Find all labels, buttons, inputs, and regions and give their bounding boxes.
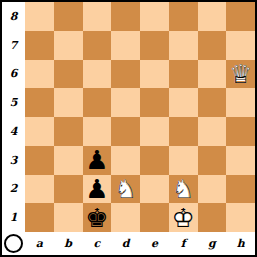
square-g8[interactable] [198, 2, 227, 31]
square-a4[interactable] [25, 117, 54, 146]
square-d8[interactable] [111, 2, 140, 31]
file-label-g: g [198, 232, 227, 255]
square-g2[interactable] [198, 175, 227, 204]
rank-label-3: 3 [2, 146, 25, 175]
square-e2[interactable] [140, 175, 169, 204]
square-g4[interactable] [198, 117, 227, 146]
rank-label-7: 7 [2, 31, 25, 60]
square-b5[interactable] [54, 88, 83, 117]
square-e5[interactable] [140, 88, 169, 117]
square-e3[interactable] [140, 146, 169, 175]
square-a7[interactable] [25, 31, 54, 60]
square-a5[interactable] [25, 88, 54, 117]
square-d6[interactable] [111, 60, 140, 89]
square-f6[interactable] [169, 60, 198, 89]
square-e4[interactable] [140, 117, 169, 146]
white-to-move-indicator [4, 234, 23, 253]
file-labels: abcdefgh [25, 232, 255, 255]
square-g1[interactable] [198, 203, 227, 232]
rank-label-8: 8 [2, 2, 25, 31]
black-pawn-c3[interactable]: ♟ [83, 146, 112, 175]
square-h3[interactable] [226, 146, 255, 175]
file-label-b: b [54, 232, 83, 255]
square-e6[interactable] [140, 60, 169, 89]
square-h5[interactable] [226, 88, 255, 117]
square-a2[interactable] [25, 175, 54, 204]
square-b4[interactable] [54, 117, 83, 146]
square-d7[interactable] [111, 31, 140, 60]
square-a1[interactable] [25, 203, 54, 232]
white-queen-h6[interactable]: ♛♕ [226, 60, 255, 89]
square-f8[interactable] [169, 2, 198, 31]
square-c5[interactable] [83, 88, 112, 117]
square-f2[interactable]: ♞♘ [169, 175, 198, 204]
file-label-d: d [111, 232, 140, 255]
square-h6[interactable]: ♛♕ [226, 60, 255, 89]
square-b3[interactable] [54, 146, 83, 175]
square-b2[interactable] [54, 175, 83, 204]
file-label-h: h [226, 232, 255, 255]
square-e1[interactable] [140, 203, 169, 232]
chess-board: ♛♕♟♟♞♘♞♘♚♚♔ [25, 2, 255, 232]
square-f4[interactable] [169, 117, 198, 146]
king-icon: ♚ [83, 203, 112, 232]
square-c7[interactable] [83, 31, 112, 60]
rank-label-1: 1 [2, 203, 25, 232]
pawn-icon: ♟ [83, 175, 112, 204]
square-h8[interactable] [226, 2, 255, 31]
white-knight-d2[interactable]: ♞♘ [111, 175, 140, 204]
knight-icon: ♘ [111, 175, 140, 204]
square-f5[interactable] [169, 88, 198, 117]
square-g6[interactable] [198, 60, 227, 89]
square-c4[interactable] [83, 117, 112, 146]
white-knight-f2[interactable]: ♞♘ [169, 175, 198, 204]
rank-labels: 87654321 [2, 2, 25, 232]
square-c2[interactable]: ♟ [83, 175, 112, 204]
square-h4[interactable] [226, 117, 255, 146]
black-pawn-c2[interactable]: ♟ [83, 175, 112, 204]
square-b8[interactable] [54, 2, 83, 31]
square-c1[interactable]: ♚ [83, 203, 112, 232]
square-e8[interactable] [140, 2, 169, 31]
file-label-a: a [25, 232, 54, 255]
king-icon: ♔ [169, 203, 198, 232]
square-c3[interactable]: ♟ [83, 146, 112, 175]
rank-label-4: 4 [2, 117, 25, 146]
square-d5[interactable] [111, 88, 140, 117]
square-e7[interactable] [140, 31, 169, 60]
square-b1[interactable] [54, 203, 83, 232]
pawn-icon: ♟ [83, 146, 112, 175]
file-label-c: c [83, 232, 112, 255]
side-to-move-corner [2, 232, 25, 255]
square-f3[interactable] [169, 146, 198, 175]
file-label-f: f [169, 232, 198, 255]
black-king-c1[interactable]: ♚ [83, 203, 112, 232]
queen-icon: ♕ [226, 60, 255, 89]
square-b6[interactable] [54, 60, 83, 89]
rank-label-5: 5 [2, 88, 25, 117]
square-b7[interactable] [54, 31, 83, 60]
rank-label-2: 2 [2, 175, 25, 204]
square-d1[interactable] [111, 203, 140, 232]
rank-label-6: 6 [2, 60, 25, 89]
knight-icon: ♘ [169, 175, 198, 204]
square-f1[interactable]: ♚♔ [169, 203, 198, 232]
square-a8[interactable] [25, 2, 54, 31]
square-c8[interactable] [83, 2, 112, 31]
square-h2[interactable] [226, 175, 255, 204]
square-c6[interactable] [83, 60, 112, 89]
square-h1[interactable] [226, 203, 255, 232]
square-d2[interactable]: ♞♘ [111, 175, 140, 204]
square-h7[interactable] [226, 31, 255, 60]
square-a6[interactable] [25, 60, 54, 89]
square-f7[interactable] [169, 31, 198, 60]
square-d4[interactable] [111, 117, 140, 146]
square-d3[interactable] [111, 146, 140, 175]
white-king-f1[interactable]: ♚♔ [169, 203, 198, 232]
chess-diagram: 87654321 ♛♕♟♟♞♘♞♘♚♚♔ abcdefgh [0, 0, 257, 257]
square-a3[interactable] [25, 146, 54, 175]
square-g7[interactable] [198, 31, 227, 60]
square-g5[interactable] [198, 88, 227, 117]
square-g3[interactable] [198, 146, 227, 175]
file-label-e: e [140, 232, 169, 255]
